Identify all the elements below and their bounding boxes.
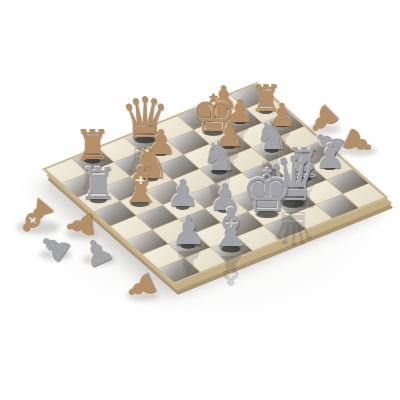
chess-photo-scene: ♜♜♛♛♟♟♚♟♟♜♞♟♟♟♟♝♜♞♞♞♞♟♟♜♜♟♟♟♚♛♛♝♝♝♟♟♟♟♟♟… (0, 0, 400, 400)
